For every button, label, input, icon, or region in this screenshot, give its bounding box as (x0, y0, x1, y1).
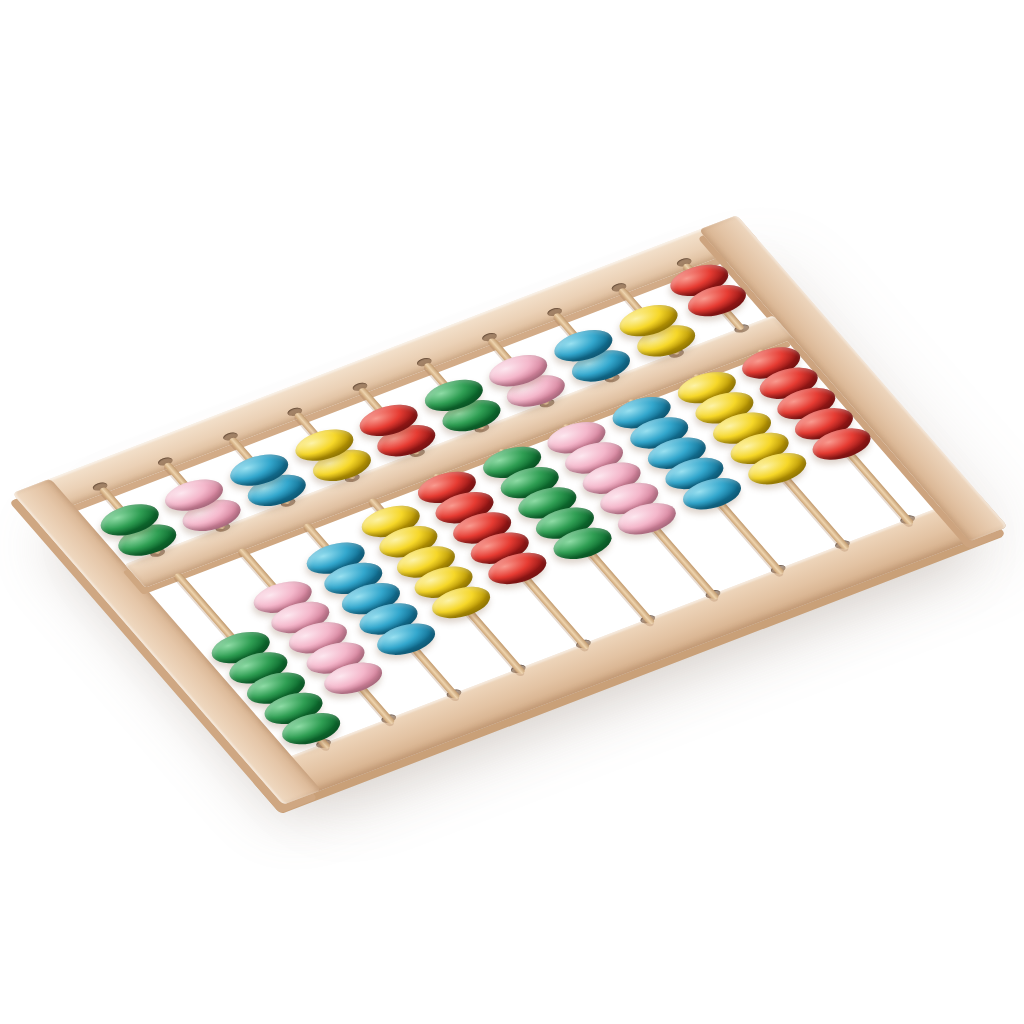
product-photo-scene (0, 0, 1024, 1024)
abacus-board (12, 215, 1007, 805)
